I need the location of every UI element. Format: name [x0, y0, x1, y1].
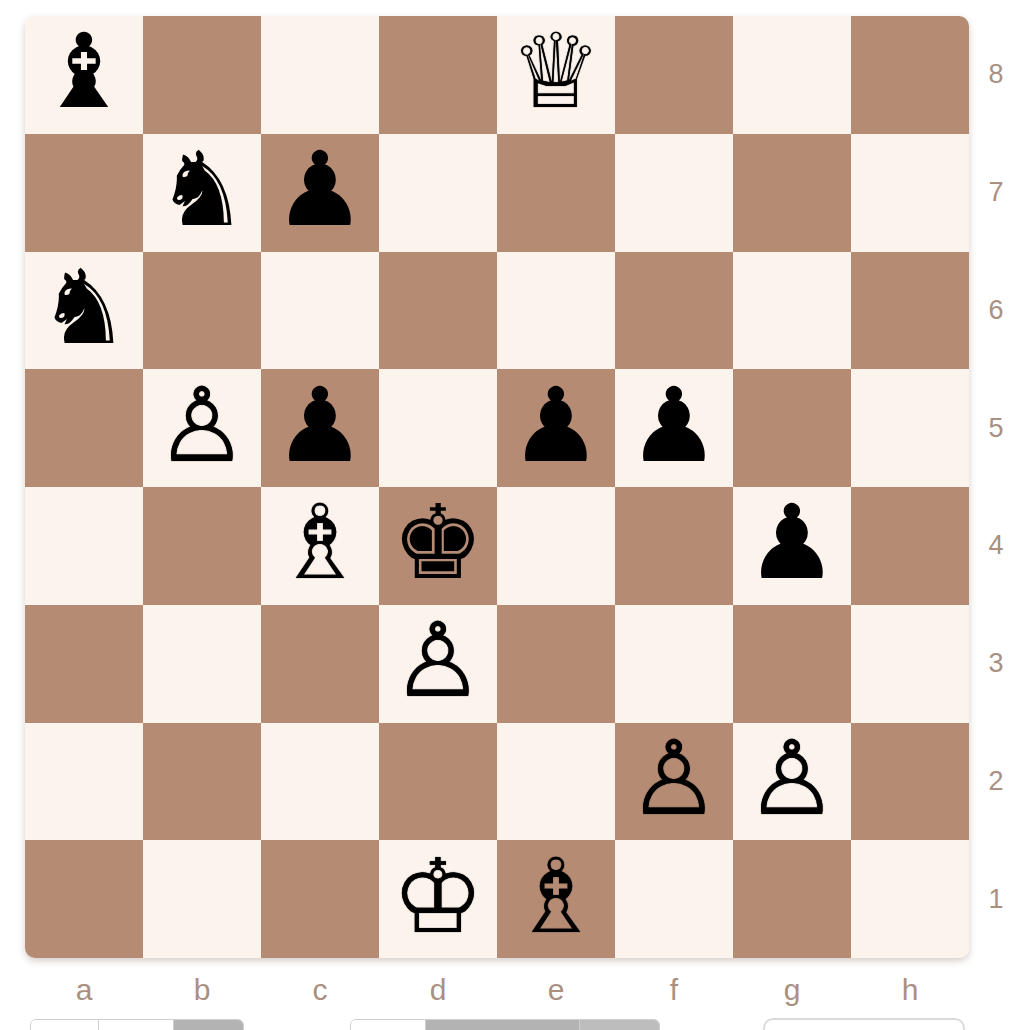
square-e7[interactable] — [497, 134, 615, 252]
file-label-f: f — [615, 956, 733, 1024]
square-g6[interactable] — [733, 252, 851, 370]
square-b1[interactable] — [143, 840, 261, 958]
piece-white-bishop-e1: ♗ — [510, 845, 602, 948]
rank-labels: 87654321 — [974, 16, 1018, 958]
square-h6[interactable] — [851, 252, 969, 370]
square-g1[interactable] — [733, 840, 851, 958]
file-label-e: e — [497, 956, 615, 1024]
file-labels: abcdefgh — [25, 956, 969, 1024]
file-label-h: h — [851, 956, 969, 1024]
rank-label-5: 5 — [974, 369, 1018, 487]
square-e2[interactable] — [497, 723, 615, 841]
rank-label-8: 8 — [974, 16, 1018, 134]
square-d6[interactable] — [379, 252, 497, 370]
square-c6[interactable] — [261, 252, 379, 370]
piece-black-pawn-e5: ♟ — [510, 374, 602, 477]
rank-label-2: 2 — [974, 723, 1018, 841]
square-g7[interactable] — [733, 134, 851, 252]
piece-black-pawn-c7: ♟ — [274, 138, 366, 241]
square-f3[interactable] — [615, 605, 733, 723]
square-e4[interactable] — [497, 487, 615, 605]
square-a3[interactable] — [25, 605, 143, 723]
piece-white-pawn-f2: ♙ — [628, 727, 720, 830]
square-h7[interactable] — [851, 134, 969, 252]
square-e5[interactable]: ♟ — [497, 369, 615, 487]
square-h4[interactable] — [851, 487, 969, 605]
file-label-b: b — [143, 956, 261, 1024]
piece-white-pawn-b5: ♙ — [156, 374, 248, 477]
square-d3[interactable]: ♙ — [379, 605, 497, 723]
rank-label-4: 4 — [974, 487, 1018, 605]
square-f7[interactable] — [615, 134, 733, 252]
piece-black-pawn-c5: ♟ — [274, 374, 366, 477]
bottom-control-group-1 — [30, 1019, 244, 1030]
square-b8[interactable] — [143, 16, 261, 134]
rank-label-1: 1 — [974, 840, 1018, 958]
square-d8[interactable] — [379, 16, 497, 134]
square-g3[interactable] — [733, 605, 851, 723]
piece-black-pawn-g4: ♟ — [746, 491, 838, 594]
square-b5[interactable]: ♙ — [143, 369, 261, 487]
bottom-control-segment[interactable] — [31, 1020, 98, 1030]
square-a7[interactable] — [25, 134, 143, 252]
square-e3[interactable] — [497, 605, 615, 723]
square-h2[interactable] — [851, 723, 969, 841]
chess-board: ♝♕♞♟♞♙♟♟♟♗♚♟♙♙♙♔♗ — [25, 16, 969, 958]
file-label-c: c — [261, 956, 379, 1024]
square-g2[interactable]: ♙ — [733, 723, 851, 841]
square-e6[interactable] — [497, 252, 615, 370]
piece-black-knight-a6: ♞ — [38, 256, 130, 359]
page: ♝♕♞♟♞♙♟♟♟♗♚♟♙♙♙♔♗ 87654321 abcdefgh — [0, 0, 1030, 1030]
square-e8[interactable]: ♕ — [497, 16, 615, 134]
square-b6[interactable] — [143, 252, 261, 370]
square-g4[interactable]: ♟ — [733, 487, 851, 605]
bottom-control-segment[interactable] — [351, 1020, 425, 1030]
file-label-g: g — [733, 956, 851, 1024]
square-g5[interactable] — [733, 369, 851, 487]
piece-white-king-d1: ♔ — [392, 845, 484, 948]
square-h5[interactable] — [851, 369, 969, 487]
piece-white-queen-e8: ♕ — [510, 20, 602, 123]
square-d7[interactable] — [379, 134, 497, 252]
square-c8[interactable] — [261, 16, 379, 134]
rank-label-6: 6 — [974, 252, 1018, 370]
square-a5[interactable] — [25, 369, 143, 487]
square-a6[interactable]: ♞ — [25, 252, 143, 370]
file-label-a: a — [25, 956, 143, 1024]
square-a8[interactable]: ♝ — [25, 16, 143, 134]
piece-black-pawn-f5: ♟ — [628, 374, 720, 477]
piece-white-pawn-d3: ♙ — [392, 609, 484, 712]
square-c5[interactable]: ♟ — [261, 369, 379, 487]
bottom-control-group-2 — [350, 1019, 660, 1030]
square-f4[interactable] — [615, 487, 733, 605]
bottom-control-segment[interactable] — [425, 1020, 579, 1030]
square-a4[interactable] — [25, 487, 143, 605]
square-c4[interactable]: ♗ — [261, 487, 379, 605]
rank-label-3: 3 — [974, 605, 1018, 723]
square-a2[interactable] — [25, 723, 143, 841]
square-c7[interactable]: ♟ — [261, 134, 379, 252]
square-d2[interactable] — [379, 723, 497, 841]
square-b2[interactable] — [143, 723, 261, 841]
square-a1[interactable] — [25, 840, 143, 958]
piece-white-pawn-g2: ♙ — [746, 727, 838, 830]
square-b4[interactable] — [143, 487, 261, 605]
square-f1[interactable] — [615, 840, 733, 958]
square-h3[interactable] — [851, 605, 969, 723]
square-b7[interactable]: ♞ — [143, 134, 261, 252]
square-d4[interactable]: ♚ — [379, 487, 497, 605]
square-c1[interactable] — [261, 840, 379, 958]
square-d5[interactable] — [379, 369, 497, 487]
bottom-control-segment[interactable] — [579, 1020, 659, 1030]
bottom-control-segment[interactable] — [173, 1020, 243, 1030]
square-c2[interactable] — [261, 723, 379, 841]
file-label-d: d — [379, 956, 497, 1024]
square-e1[interactable]: ♗ — [497, 840, 615, 958]
square-b3[interactable] — [143, 605, 261, 723]
square-d1[interactable]: ♔ — [379, 840, 497, 958]
piece-white-bishop-c4: ♗ — [274, 491, 366, 594]
square-f8[interactable] — [615, 16, 733, 134]
square-h8[interactable] — [851, 16, 969, 134]
square-f6[interactable] — [615, 252, 733, 370]
square-c3[interactable] — [261, 605, 379, 723]
square-h1[interactable] — [851, 840, 969, 958]
bottom-control-segment[interactable] — [98, 1020, 173, 1030]
square-f5[interactable]: ♟ — [615, 369, 733, 487]
piece-black-knight-b7: ♞ — [156, 138, 248, 241]
bottom-input-field[interactable] — [763, 1018, 965, 1030]
square-g8[interactable] — [733, 16, 851, 134]
rank-label-7: 7 — [974, 134, 1018, 252]
piece-black-bishop-a8: ♝ — [38, 20, 130, 123]
piece-black-king-d4: ♚ — [392, 491, 484, 594]
square-f2[interactable]: ♙ — [615, 723, 733, 841]
